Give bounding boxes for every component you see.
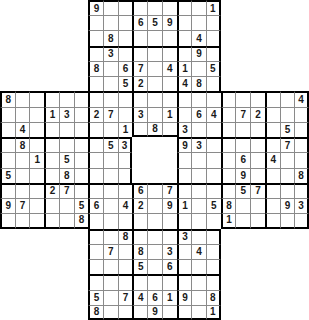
outside-area-r19c1 <box>15 290 30 305</box>
outside-area-r19c0 <box>0 290 15 305</box>
outside-area-r4c18 <box>265 61 280 76</box>
empty-cell-r8c0[interactable] <box>0 122 15 137</box>
given-digit-r10c16: 6 <box>235 152 250 167</box>
empty-cell-r20c13[interactable] <box>191 305 206 320</box>
empty-cell-r9c18[interactable] <box>265 137 280 152</box>
empty-cell-r3c14[interactable] <box>206 46 221 61</box>
empty-cell-r20c11[interactable] <box>162 305 177 320</box>
empty-cell-r12c12[interactable] <box>177 183 192 198</box>
outside-area-r18c1 <box>15 274 30 289</box>
outside-area-r16c20 <box>294 244 309 259</box>
outside-area-r17c2 <box>29 259 44 274</box>
empty-cell-r8c15[interactable] <box>221 122 236 137</box>
empty-cell-r13c4[interactable] <box>59 198 74 213</box>
given-digit-r16c9: 8 <box>132 244 147 259</box>
empty-cell-r1c7[interactable] <box>103 15 118 30</box>
empty-cell-r14c7[interactable] <box>103 213 118 228</box>
empty-cell-r6c8[interactable] <box>118 91 133 106</box>
empty-cell-r20c12[interactable] <box>177 305 192 320</box>
empty-cell-r14c2[interactable] <box>29 213 44 228</box>
given-digit-r9c7: 5 <box>103 137 118 152</box>
empty-cell-r7c2[interactable] <box>29 107 44 122</box>
empty-cell-r7c12[interactable] <box>177 107 192 122</box>
empty-cell-r13c3[interactable] <box>44 198 59 213</box>
given-digit-r1c10: 5 <box>147 15 162 30</box>
outside-area-r3c3 <box>44 46 59 61</box>
empty-cell-r5c6[interactable] <box>88 76 103 91</box>
empty-cell-r11c15[interactable] <box>221 168 236 183</box>
outside-area-r2c17 <box>250 30 265 45</box>
given-digit-r13c11: 9 <box>162 198 177 213</box>
empty-cell-r9c16[interactable] <box>235 137 250 152</box>
outside-area-r5c15 <box>221 76 236 91</box>
given-digit-r16c13: 4 <box>191 244 206 259</box>
empty-cell-r3c11[interactable] <box>162 46 177 61</box>
given-digit-r10c18: 4 <box>265 152 280 167</box>
empty-cell-r10c14[interactable] <box>206 152 221 167</box>
outside-area-r5c16 <box>235 76 250 91</box>
empty-cell-r14c19[interactable] <box>280 213 295 228</box>
empty-cell-r1c14[interactable] <box>206 15 221 30</box>
empty-cell-r9c5[interactable] <box>74 137 89 152</box>
empty-cell-r1c12[interactable] <box>177 15 192 30</box>
empty-cell-r8c11[interactable] <box>162 122 177 137</box>
empty-cell-r12c19[interactable] <box>280 183 295 198</box>
empty-cell-r8c16[interactable] <box>235 122 250 137</box>
empty-cell-r6c11[interactable] <box>162 91 177 106</box>
empty-cell-r8c18[interactable] <box>265 122 280 137</box>
empty-cell-r12c10[interactable] <box>147 183 162 198</box>
empty-cell-r16c10[interactable] <box>147 244 162 259</box>
outside-area-r0c17 <box>250 0 265 15</box>
empty-cell-r12c20[interactable] <box>294 183 309 198</box>
empty-cell-r14c14[interactable] <box>206 213 221 228</box>
empty-cell-r5c14[interactable] <box>206 76 221 91</box>
empty-cell-r6c1[interactable] <box>15 91 30 106</box>
outside-area-r3c0 <box>0 46 15 61</box>
empty-cell-r11c17[interactable] <box>250 168 265 183</box>
outside-area-r15c17 <box>250 229 265 244</box>
empty-cell-r11c6[interactable] <box>88 168 103 183</box>
outside-area-r3c5 <box>74 46 89 61</box>
empty-cell-r14c3[interactable] <box>44 213 59 228</box>
empty-cell-r10c13[interactable] <box>191 152 206 167</box>
given-digit-r4c9: 7 <box>132 61 147 76</box>
given-digit-r7c3: 1 <box>44 107 59 122</box>
empty-cell-r11c14[interactable] <box>206 168 221 183</box>
outside-area-r9c10 <box>147 137 162 152</box>
empty-cell-r0c11[interactable] <box>162 0 177 15</box>
outside-area-r18c2 <box>29 274 44 289</box>
given-digit-r16c11: 3 <box>162 244 177 259</box>
empty-cell-r5c10[interactable] <box>147 76 162 91</box>
empty-cell-r10c3[interactable] <box>44 152 59 167</box>
empty-cell-r18c8[interactable] <box>118 274 133 289</box>
empty-cell-r9c20[interactable] <box>294 137 309 152</box>
outside-area-r19c18 <box>265 290 280 305</box>
empty-cell-r9c0[interactable] <box>0 137 15 152</box>
empty-cell-r4c13[interactable] <box>191 61 206 76</box>
empty-cell-r6c2[interactable] <box>29 91 44 106</box>
empty-cell-r10c15[interactable] <box>221 152 236 167</box>
outside-area-r16c1 <box>15 244 30 259</box>
empty-cell-r6c19[interactable] <box>280 91 295 106</box>
empty-cell-r7c8[interactable] <box>118 107 133 122</box>
empty-cell-r20c7[interactable] <box>103 305 118 320</box>
empty-cell-r8c2[interactable] <box>29 122 44 137</box>
empty-cell-r15c14[interactable] <box>206 229 221 244</box>
empty-cell-r14c6[interactable] <box>88 213 103 228</box>
empty-cell-r11c19[interactable] <box>280 168 295 183</box>
empty-cell-r14c13[interactable] <box>191 213 206 228</box>
empty-cell-r0c13[interactable] <box>191 0 206 15</box>
outside-area-r17c5 <box>74 259 89 274</box>
empty-cell-r2c8[interactable] <box>118 30 133 45</box>
empty-cell-r1c8[interactable] <box>118 15 133 30</box>
empty-cell-r15c6[interactable] <box>88 229 103 244</box>
empty-cell-r16c8[interactable] <box>118 244 133 259</box>
outside-area-r20c0 <box>0 305 15 320</box>
outside-area-r2c16 <box>235 30 250 45</box>
given-digit-r3c13: 9 <box>191 46 206 61</box>
given-digit-r12c9: 6 <box>132 183 147 198</box>
empty-cell-r9c2[interactable] <box>29 137 44 152</box>
empty-cell-r12c18[interactable] <box>265 183 280 198</box>
outside-area-r19c2 <box>29 290 44 305</box>
empty-cell-r7c19[interactable] <box>280 107 295 122</box>
empty-cell-r14c4[interactable] <box>59 213 74 228</box>
empty-cell-r11c5[interactable] <box>74 168 89 183</box>
empty-cell-r11c2[interactable] <box>29 168 44 183</box>
empty-cell-r14c1[interactable] <box>15 213 30 228</box>
empty-cell-r6c4[interactable] <box>59 91 74 106</box>
empty-cell-r2c12[interactable] <box>177 30 192 45</box>
empty-cell-r4c7[interactable] <box>103 61 118 76</box>
given-digit-r4c6: 8 <box>88 61 103 76</box>
empty-cell-r10c7[interactable] <box>103 152 118 167</box>
outside-area-r10c9 <box>132 152 147 167</box>
outside-area-r17c15 <box>221 259 236 274</box>
outside-area-r20c1 <box>15 305 30 320</box>
empty-cell-r6c15[interactable] <box>221 91 236 106</box>
outside-area-r20c2 <box>29 305 44 320</box>
empty-cell-r7c0[interactable] <box>0 107 15 122</box>
empty-cell-r8c4[interactable] <box>59 122 74 137</box>
outside-area-r4c1 <box>15 61 30 76</box>
given-digit-r16c7: 7 <box>103 244 118 259</box>
outside-area-r3c15 <box>221 46 236 61</box>
given-digit-r12c16: 5 <box>235 183 250 198</box>
empty-cell-r14c12[interactable] <box>177 213 192 228</box>
outside-area-r9c9 <box>132 137 147 152</box>
empty-cell-r6c9[interactable] <box>132 91 147 106</box>
empty-cell-r0c12[interactable] <box>177 0 192 15</box>
empty-cell-r3c10[interactable] <box>147 46 162 61</box>
empty-cell-r17c8[interactable] <box>118 259 133 274</box>
outside-area-r17c4 <box>59 259 74 274</box>
outside-area-r1c15 <box>221 15 236 30</box>
empty-cell-r8c6[interactable] <box>88 122 103 137</box>
empty-cell-r13c13[interactable] <box>191 198 206 213</box>
empty-cell-r6c13[interactable] <box>191 91 206 106</box>
outside-area-r0c5 <box>74 0 89 15</box>
outside-area-r5c2 <box>29 76 44 91</box>
empty-cell-r13c2[interactable] <box>29 198 44 213</box>
empty-cell-r18c7[interactable] <box>103 274 118 289</box>
empty-cell-r3c6[interactable] <box>88 46 103 61</box>
empty-cell-r6c10[interactable] <box>147 91 162 106</box>
empty-cell-r10c17[interactable] <box>250 152 265 167</box>
empty-cell-r12c1[interactable] <box>15 183 30 198</box>
empty-cell-r2c11[interactable] <box>162 30 177 45</box>
empty-cell-r18c10[interactable] <box>147 274 162 289</box>
empty-cell-r8c9[interactable] <box>132 122 147 137</box>
given-digit-r1c9: 6 <box>132 15 147 30</box>
empty-cell-r12c15[interactable] <box>221 183 236 198</box>
empty-cell-r10c0[interactable] <box>0 152 15 167</box>
given-digit-r19c6: 5 <box>88 290 103 305</box>
empty-cell-r5c7[interactable] <box>103 76 118 91</box>
given-digit-r11c16: 9 <box>235 168 250 183</box>
empty-cell-r17c13[interactable] <box>191 259 206 274</box>
empty-cell-r6c18[interactable] <box>265 91 280 106</box>
empty-cell-r17c12[interactable] <box>177 259 192 274</box>
empty-cell-r16c6[interactable] <box>88 244 103 259</box>
empty-cell-r10c19[interactable] <box>280 152 295 167</box>
outside-area-r16c18 <box>265 244 280 259</box>
given-digit-r19c10: 6 <box>147 290 162 305</box>
given-digit-r11c4: 8 <box>59 168 74 183</box>
outside-area-r20c15 <box>221 305 236 320</box>
empty-cell-r16c14[interactable] <box>206 244 221 259</box>
outside-area-r19c3 <box>44 290 59 305</box>
empty-cell-r11c7[interactable] <box>103 168 118 183</box>
empty-cell-r7c20[interactable] <box>294 107 309 122</box>
empty-cell-r9c14[interactable] <box>206 137 221 152</box>
outside-area-r0c1 <box>15 0 30 15</box>
empty-cell-r3c8[interactable] <box>118 46 133 61</box>
outside-area-r3c16 <box>235 46 250 61</box>
empty-cell-r13c16[interactable] <box>235 198 250 213</box>
empty-cell-r6c3[interactable] <box>44 91 59 106</box>
empty-cell-r14c0[interactable] <box>0 213 15 228</box>
empty-cell-r8c5[interactable] <box>74 122 89 137</box>
given-digit-r13c1: 7 <box>15 198 30 213</box>
empty-cell-r14c8[interactable] <box>118 213 133 228</box>
empty-cell-r10c8[interactable] <box>118 152 133 167</box>
empty-cell-r18c14[interactable] <box>206 274 221 289</box>
outside-area-r16c0 <box>0 244 15 259</box>
outside-area-r5c19 <box>280 76 295 91</box>
empty-cell-r8c20[interactable] <box>294 122 309 137</box>
outside-area-r2c19 <box>280 30 295 45</box>
given-digit-r12c11: 7 <box>162 183 177 198</box>
outside-area-r1c16 <box>235 15 250 30</box>
empty-cell-r3c9[interactable] <box>132 46 147 61</box>
empty-cell-r10c6[interactable] <box>88 152 103 167</box>
empty-cell-r8c3[interactable] <box>44 122 59 137</box>
empty-cell-r1c13[interactable] <box>191 15 206 30</box>
empty-cell-r14c10[interactable] <box>147 213 162 228</box>
empty-cell-r12c14[interactable] <box>206 183 221 198</box>
outside-area-r17c17 <box>250 259 265 274</box>
outside-area-r15c16 <box>235 229 250 244</box>
outside-area-r18c19 <box>280 274 295 289</box>
empty-cell-r20c8[interactable] <box>118 305 133 320</box>
empty-cell-r0c10[interactable] <box>147 0 162 15</box>
empty-cell-r11c1[interactable] <box>15 168 30 183</box>
outside-area-r18c3 <box>44 274 59 289</box>
empty-cell-r7c1[interactable] <box>15 107 30 122</box>
empty-cell-r18c6[interactable] <box>88 274 103 289</box>
empty-cell-r9c17[interactable] <box>250 137 265 152</box>
empty-cell-r2c9[interactable] <box>132 30 147 45</box>
empty-cell-r7c18[interactable] <box>265 107 280 122</box>
empty-cell-r2c14[interactable] <box>206 30 221 45</box>
empty-cell-r15c10[interactable] <box>147 229 162 244</box>
empty-cell-r9c6[interactable] <box>88 137 103 152</box>
outside-area-r0c18 <box>265 0 280 15</box>
empty-cell-r8c17[interactable] <box>250 122 265 137</box>
empty-cell-r18c11[interactable] <box>162 274 177 289</box>
empty-cell-r14c9[interactable] <box>132 213 147 228</box>
empty-cell-r10c1[interactable] <box>15 152 30 167</box>
empty-cell-r6c5[interactable] <box>74 91 89 106</box>
outside-area-r5c4 <box>59 76 74 91</box>
outside-area-r15c1 <box>15 229 30 244</box>
empty-cell-r19c13[interactable] <box>191 290 206 305</box>
outside-area-r4c19 <box>280 61 295 76</box>
empty-cell-r0c8[interactable] <box>118 0 133 15</box>
empty-cell-r19c7[interactable] <box>103 290 118 305</box>
empty-cell-r0c7[interactable] <box>103 0 118 15</box>
empty-cell-r6c7[interactable] <box>103 91 118 106</box>
empty-cell-r11c18[interactable] <box>265 168 280 183</box>
given-digit-r19c11: 1 <box>162 290 177 305</box>
empty-cell-r14c20[interactable] <box>294 213 309 228</box>
empty-cell-r6c16[interactable] <box>235 91 250 106</box>
empty-cell-r12c0[interactable] <box>0 183 15 198</box>
given-digit-r7c4: 3 <box>59 107 74 122</box>
empty-cell-r12c5[interactable] <box>74 183 89 198</box>
outside-area-r0c19 <box>280 0 295 15</box>
empty-cell-r6c14[interactable] <box>206 91 221 106</box>
outside-area-r3c17 <box>250 46 265 61</box>
empty-cell-r14c18[interactable] <box>265 213 280 228</box>
empty-cell-r13c10[interactable] <box>147 198 162 213</box>
outside-area-r4c2 <box>29 61 44 76</box>
outside-area-r17c19 <box>280 259 295 274</box>
given-digit-r8c1: 4 <box>15 122 30 137</box>
empty-cell-r7c5[interactable] <box>74 107 89 122</box>
empty-cell-r13c7[interactable] <box>103 198 118 213</box>
empty-cell-r11c12[interactable] <box>177 168 192 183</box>
empty-cell-r17c6[interactable] <box>88 259 103 274</box>
given-digit-r5c13: 8 <box>191 76 206 91</box>
outside-area-r5c20 <box>294 76 309 91</box>
empty-cell-r18c13[interactable] <box>191 274 206 289</box>
outside-area-r0c4 <box>59 0 74 15</box>
empty-cell-r10c12[interactable] <box>177 152 192 167</box>
empty-cell-r14c16[interactable] <box>235 213 250 228</box>
given-digit-r5c12: 4 <box>177 76 192 91</box>
outside-area-r20c16 <box>235 305 250 320</box>
empty-cell-r4c10[interactable] <box>147 61 162 76</box>
empty-cell-r17c10[interactable] <box>147 259 162 274</box>
empty-cell-r14c11[interactable] <box>162 213 177 228</box>
outside-area-r20c19 <box>280 305 295 320</box>
empty-cell-r12c8[interactable] <box>118 183 133 198</box>
empty-cell-r13c18[interactable] <box>265 198 280 213</box>
empty-cell-r9c15[interactable] <box>221 137 236 152</box>
outside-area-r9c11 <box>162 137 177 152</box>
empty-cell-r15c7[interactable] <box>103 229 118 244</box>
outside-area-r16c17 <box>250 244 265 259</box>
given-digit-r10c4: 5 <box>59 152 74 167</box>
empty-cell-r13c17[interactable] <box>250 198 265 213</box>
empty-cell-r8c14[interactable] <box>206 122 221 137</box>
empty-cell-r10c5[interactable] <box>74 152 89 167</box>
empty-cell-r3c12[interactable] <box>177 46 192 61</box>
empty-cell-r18c12[interactable] <box>177 274 192 289</box>
empty-cell-r20c9[interactable] <box>132 305 147 320</box>
empty-cell-r1c6[interactable] <box>88 15 103 30</box>
empty-cell-r12c2[interactable] <box>29 183 44 198</box>
empty-cell-r15c11[interactable] <box>162 229 177 244</box>
outside-area-r19c16 <box>235 290 250 305</box>
empty-cell-r18c9[interactable] <box>132 274 147 289</box>
empty-cell-r6c17[interactable] <box>250 91 265 106</box>
empty-cell-r10c20[interactable] <box>294 152 309 167</box>
empty-cell-r5c11[interactable] <box>162 76 177 91</box>
outside-area-r3c19 <box>280 46 295 61</box>
empty-cell-r17c7[interactable] <box>103 259 118 274</box>
outside-area-r3c2 <box>29 46 44 61</box>
empty-cell-r6c12[interactable] <box>177 91 192 106</box>
empty-cell-r11c3[interactable] <box>44 168 59 183</box>
empty-cell-r0c9[interactable] <box>132 0 147 15</box>
empty-cell-r12c7[interactable] <box>103 183 118 198</box>
empty-cell-r9c3[interactable] <box>44 137 59 152</box>
empty-cell-r14c17[interactable] <box>250 213 265 228</box>
empty-cell-r6c6[interactable] <box>88 91 103 106</box>
outside-area-r18c18 <box>265 274 280 289</box>
empty-cell-r16c12[interactable] <box>177 244 192 259</box>
empty-cell-r11c13[interactable] <box>191 168 206 183</box>
given-digit-r13c15: 8 <box>221 198 236 213</box>
empty-cell-r17c14[interactable] <box>206 259 221 274</box>
empty-cell-r7c15[interactable] <box>221 107 236 122</box>
outside-area-r20c18 <box>265 305 280 320</box>
empty-cell-r15c13[interactable] <box>191 229 206 244</box>
outside-area-r1c4 <box>59 15 74 30</box>
empty-cell-r8c7[interactable] <box>103 122 118 137</box>
empty-cell-r9c4[interactable] <box>59 137 74 152</box>
empty-cell-r8c13[interactable] <box>191 122 206 137</box>
empty-cell-r15c9[interactable] <box>132 229 147 244</box>
given-digit-r17c11: 6 <box>162 259 177 274</box>
empty-cell-r12c13[interactable] <box>191 183 206 198</box>
given-digit-r7c11: 1 <box>162 107 177 122</box>
outside-area-r5c18 <box>265 76 280 91</box>
empty-cell-r11c8[interactable] <box>118 168 133 183</box>
empty-cell-r2c6[interactable] <box>88 30 103 45</box>
empty-cell-r2c10[interactable] <box>147 30 162 45</box>
given-digit-r19c14: 8 <box>206 290 221 305</box>
empty-cell-r12c6[interactable] <box>88 183 103 198</box>
outside-area-r11c11 <box>162 168 177 183</box>
empty-cell-r7c10[interactable] <box>147 107 162 122</box>
